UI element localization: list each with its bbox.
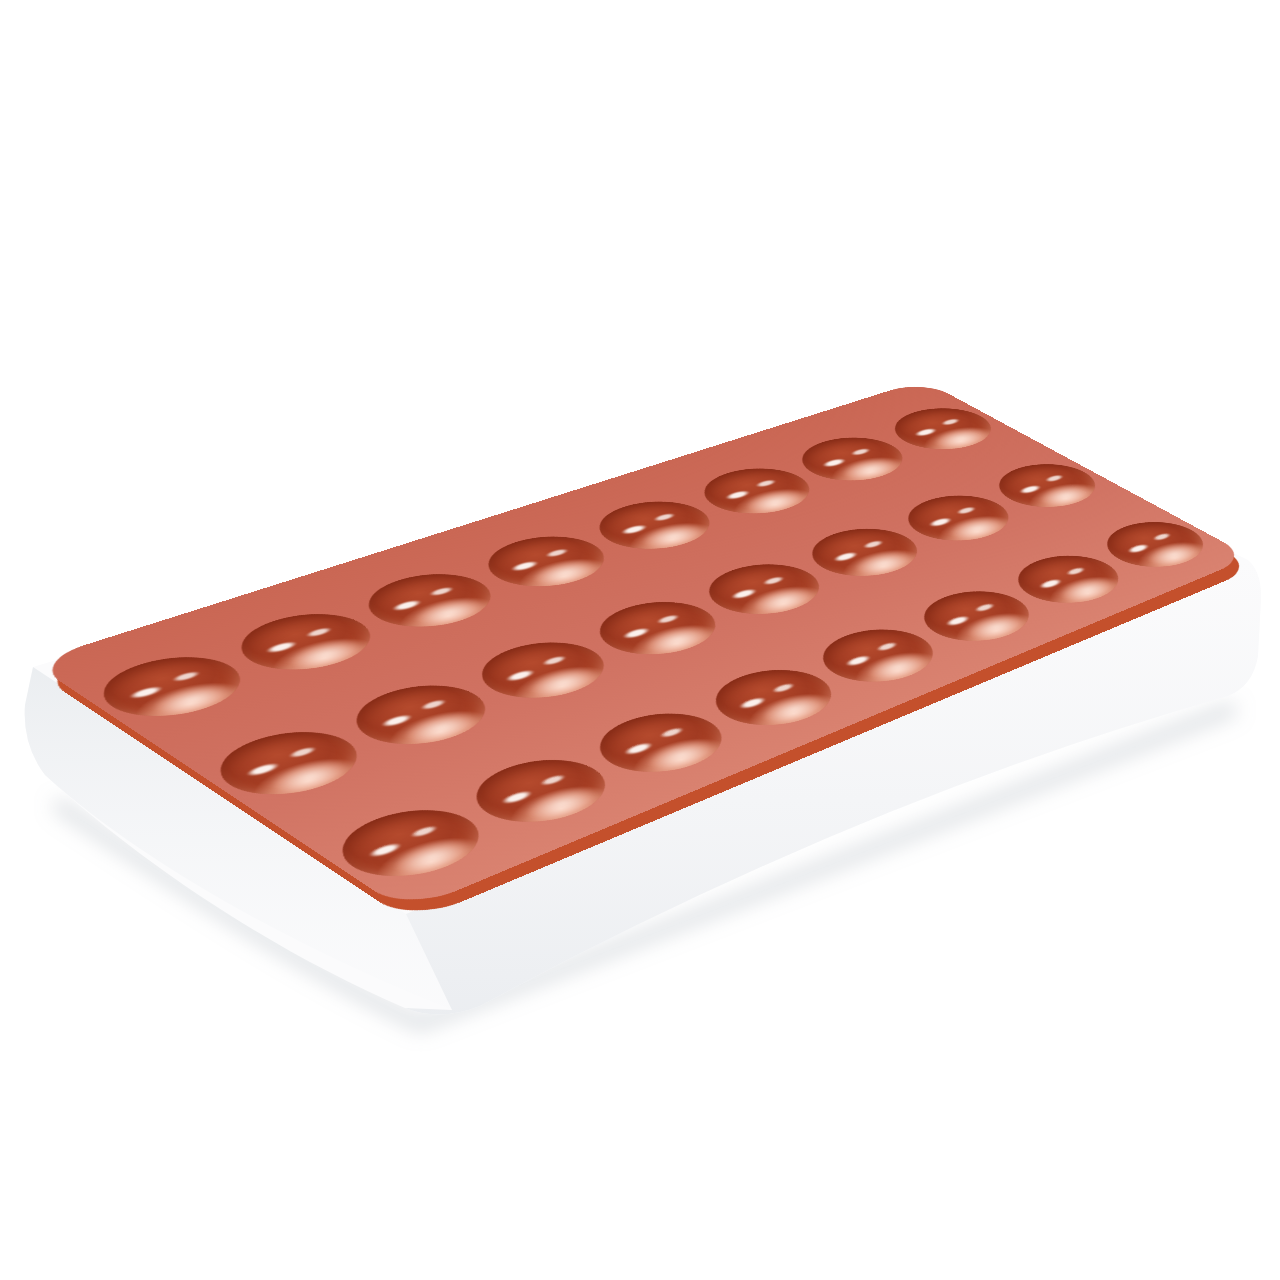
scene — [0, 0, 1280, 1280]
